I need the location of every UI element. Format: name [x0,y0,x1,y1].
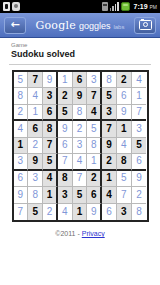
sudoku-cell-r4c8: 1 [117,121,132,137]
sudoku-cell-r3c1: 2 [14,105,29,121]
sudoku-cell-r6c4: 7 [58,154,73,170]
sudoku-cell-r3c7: 3 [102,105,117,121]
sudoku-cell-r5c1: 1 [14,138,29,154]
sudoku-cell-r2c7: 5 [102,88,117,104]
sudoku-cell-r8c8: 7 [117,187,132,203]
sudoku-cell-r2c5: 9 [73,88,88,104]
sudoku-cell-r3c5: 8 [73,105,88,121]
sudoku-cell-r1c2: 7 [28,72,43,88]
sudoku-cell-r9c6: 9 [87,204,102,220]
sudoku-cell-r6c1: 3 [14,154,29,170]
result-panel: Game Sudoku solved 579163824843297561216… [0,38,160,237]
sudoku-cell-r5c7: 9 [102,138,117,154]
sudoku-cell-r9c5: 1 [73,204,88,220]
sudoku-cell-r7c8: 5 [117,171,132,187]
sudoku-cell-r1c1: 5 [14,72,29,88]
sudoku-cell-r5c6: 8 [87,138,102,154]
sudoku-cell-r2c3: 3 [43,88,58,104]
google-logo: Google [36,19,76,32]
sudoku-cell-r9c8: 3 [117,204,132,220]
sudoku-cell-r4c5: 2 [73,121,88,137]
footer: ©2011 - Privacy [11,230,149,237]
sudoku-cell-r2c1: 8 [14,88,29,104]
sudoku-cell-r5c2: 2 [28,138,43,154]
sudoku-cell-r7c7: 1 [102,171,117,187]
sudoku-cell-r4c1: 4 [14,121,29,137]
sudoku-cell-r9c1: 7 [14,204,29,220]
left-arrow-icon: ← [10,19,19,30]
sudoku-cell-r8c7: 4 [102,187,117,203]
sudoku-cell-r7c6: 2 [87,171,102,187]
status-bar: 7:19 PM [0,0,160,13]
sudoku-cell-r1c4: 1 [58,72,73,88]
app-header: ← Google goggles labs [0,13,160,38]
sudoku-cell-r3c2: 1 [28,105,43,121]
sudoku-cell-r2c4: 2 [58,88,73,104]
result-title: Sudoku solved [11,49,149,60]
sudoku-cell-r6c2: 9 [28,154,43,170]
sudoku-cell-r2c8: 6 [117,88,132,104]
sudoku-cell-r1c6: 3 [87,72,102,88]
sudoku-cell-r7c5: 7 [73,171,88,187]
divider [9,64,151,65]
sudoku-cell-r3c4: 5 [58,105,73,121]
network-icon [102,2,108,11]
sudoku-cell-r7c1: 6 [14,171,29,187]
sudoku-cell-r3c9: 7 [132,105,147,121]
goggles-label: goggles [79,21,111,31]
sudoku-cell-r7c4: 8 [58,171,73,187]
sudoku-cell-r2c9: 1 [132,88,147,104]
status-bar-left [3,2,100,11]
sudoku-cell-r6c9: 6 [132,154,147,170]
sudoku-cell-r5c3: 7 [43,138,58,154]
sudoku-cell-r8c4: 3 [58,187,73,203]
back-button[interactable]: ← [4,17,26,34]
sudoku-cell-r4c2: 6 [28,121,43,137]
sudoku-cell-r4c4: 9 [58,121,73,137]
sudoku-cell-r5c9: 5 [132,138,147,154]
sudoku-cell-r8c9: 2 [132,187,147,203]
sudoku-cell-r4c3: 8 [43,121,58,137]
sudoku-cell-r8c2: 8 [28,187,43,203]
sudoku-cell-r3c8: 9 [117,105,132,121]
sudoku-cell-r9c7: 6 [102,204,117,220]
sudoku-cell-r1c5: 6 [73,72,88,88]
sdcard-icon [12,2,20,11]
privacy-link[interactable]: Privacy [82,230,105,237]
labs-badge: labs [113,24,124,30]
copyright-text: ©2011 - [55,230,80,237]
sudoku-cell-r8c3: 1 [43,187,58,203]
sudoku-cell-r3c3: 6 [43,105,58,121]
status-clock: 7:19 PM [134,3,157,10]
sudoku-cell-r8c1: 9 [14,187,29,203]
app-title: Google goggles labs [26,19,134,32]
sudoku-cell-r1c9: 4 [132,72,147,88]
sudoku-cell-r9c2: 5 [28,204,43,220]
sudoku-cell-r6c3: 5 [43,154,58,170]
sudoku-cell-r7c9: 9 [132,171,147,187]
sudoku-cell-r5c5: 3 [73,138,88,154]
sudoku-cell-r7c2: 3 [28,171,43,187]
sudoku-cell-r9c4: 4 [58,204,73,220]
camera-button[interactable] [134,17,156,34]
goggles-app-screen: 7:19 PM ← Google goggles labs Game Sudok… [0,0,160,285]
sudoku-cell-r1c7: 8 [102,72,117,88]
battery-icon [121,2,130,11]
sudoku-cell-r5c4: 6 [58,138,73,154]
usb-icon [3,2,10,11]
sudoku-cell-r2c2: 4 [28,88,43,104]
sudoku-cell-r5c8: 4 [117,138,132,154]
signal-strength-icon [110,2,119,11]
sudoku-cell-r6c6: 1 [87,154,102,170]
sudoku-cell-r6c5: 4 [73,154,88,170]
section-label: Game [11,41,149,49]
sudoku-cell-r2c6: 7 [87,88,102,104]
sudoku-cell-r4c7: 7 [102,121,117,137]
sudoku-cell-r1c8: 2 [117,72,132,88]
sudoku-cell-r6c7: 2 [102,154,117,170]
sudoku-cell-r3c6: 4 [87,105,102,121]
sudoku-cell-r9c9: 8 [132,204,147,220]
sudoku-cell-r8c6: 6 [87,187,102,203]
sudoku-cell-r4c6: 5 [87,121,102,137]
sudoku-cell-r4c9: 3 [132,121,147,137]
sudoku-grid: 5791638248432975612165843974689257131276… [12,70,149,222]
camera-icon [139,20,152,30]
sudoku-cell-r8c5: 5 [73,187,88,203]
sudoku-cell-r1c3: 9 [43,72,58,88]
sudoku-cell-r6c8: 8 [117,154,132,170]
sudoku-cell-r7c3: 4 [43,171,58,187]
sudoku-cell-r9c3: 2 [43,204,58,220]
